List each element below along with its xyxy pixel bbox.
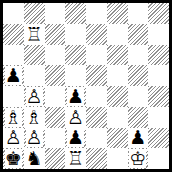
square-b1[interactable]: ♞ [24,148,45,169]
white-rook-b7: ♖ [26,25,43,44]
white-pawn-b2: ♙ [26,128,43,147]
white-pawn-b4: ♙ [26,87,43,106]
square-c1[interactable] [45,148,66,169]
white-king-g1: ♔ [129,149,146,168]
square-c5[interactable] [45,65,66,86]
square-b5[interactable] [24,65,45,86]
square-f6[interactable] [107,45,128,66]
square-c8[interactable] [45,3,66,24]
square-a3[interactable]: ♗ [3,107,24,128]
square-b6[interactable] [24,45,45,66]
chess-board: ♖♟♙♟♗♗♙♙♙♟♟♚♞♖♔ [3,3,169,169]
square-b7[interactable]: ♖ [24,24,45,45]
square-d7[interactable] [65,24,86,45]
square-d5[interactable] [65,65,86,86]
square-e8[interactable] [86,3,107,24]
square-f7[interactable] [107,24,128,45]
white-bishop-b3: ♗ [26,108,43,127]
square-b3[interactable]: ♗ [24,107,45,128]
square-e2[interactable] [86,128,107,149]
black-knight-b1: ♞ [26,149,43,168]
square-f5[interactable] [107,65,128,86]
square-g1[interactable]: ♔ [128,148,149,169]
square-h6[interactable] [148,45,169,66]
square-c7[interactable] [45,24,66,45]
square-a2[interactable]: ♙ [3,128,24,149]
white-pawn-a2: ♙ [5,128,22,147]
square-f1[interactable] [107,148,128,169]
white-bishop-a3: ♗ [5,108,22,127]
square-e3[interactable] [86,107,107,128]
square-f4[interactable] [107,86,128,107]
square-d1[interactable]: ♖ [65,148,86,169]
square-h4[interactable] [148,86,169,107]
square-d2[interactable]: ♟ [65,128,86,149]
board-frame: ♖♟♙♟♗♗♙♙♙♟♟♚♞♖♔ [0,0,172,172]
square-h8[interactable] [148,3,169,24]
square-c3[interactable] [45,107,66,128]
square-d3[interactable]: ♙ [65,107,86,128]
square-a7[interactable] [3,24,24,45]
square-f8[interactable] [107,3,128,24]
square-h7[interactable] [148,24,169,45]
square-b4[interactable]: ♙ [24,86,45,107]
square-e6[interactable] [86,45,107,66]
square-f3[interactable] [107,107,128,128]
black-pawn-a5: ♟ [5,66,22,85]
square-a6[interactable] [3,45,24,66]
square-c2[interactable] [45,128,66,149]
square-g2[interactable]: ♟ [128,128,149,149]
square-e4[interactable] [86,86,107,107]
square-h3[interactable] [148,107,169,128]
square-d4[interactable]: ♟ [65,86,86,107]
square-a8[interactable] [3,3,24,24]
square-a4[interactable] [3,86,24,107]
square-c4[interactable] [45,86,66,107]
square-e1[interactable] [86,148,107,169]
square-f2[interactable] [107,128,128,149]
square-g6[interactable] [128,45,149,66]
white-pawn-d3: ♙ [67,108,84,127]
square-b8[interactable] [24,3,45,24]
square-h5[interactable] [148,65,169,86]
square-h1[interactable] [148,148,169,169]
black-pawn-d2: ♟ [67,128,84,147]
black-king-a1: ♚ [5,149,22,168]
square-c6[interactable] [45,45,66,66]
black-pawn-d4: ♟ [67,87,84,106]
black-pawn-g2: ♟ [129,128,146,147]
square-e5[interactable] [86,65,107,86]
square-g5[interactable] [128,65,149,86]
square-g3[interactable] [128,107,149,128]
white-rook-d1: ♖ [67,149,84,168]
square-g8[interactable] [128,3,149,24]
square-h2[interactable] [148,128,169,149]
square-d6[interactable] [65,45,86,66]
square-g4[interactable] [128,86,149,107]
square-a5[interactable]: ♟ [3,65,24,86]
square-b2[interactable]: ♙ [24,128,45,149]
square-e7[interactable] [86,24,107,45]
chess-diagram: ♖♟♙♟♗♗♙♙♙♟♟♚♞♖♔ [0,0,172,172]
square-g7[interactable] [128,24,149,45]
square-d8[interactable] [65,3,86,24]
square-a1[interactable]: ♚ [3,148,24,169]
